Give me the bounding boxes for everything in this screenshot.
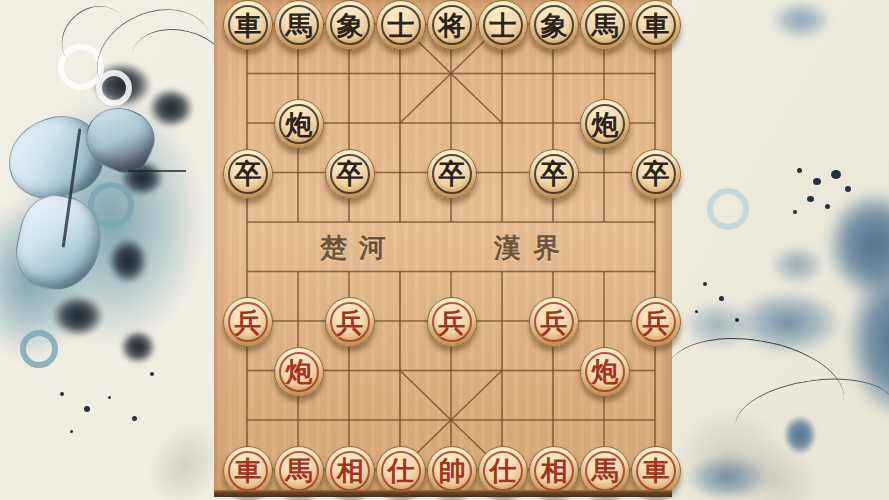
piece-black-soldier[interactable]: 卒 bbox=[427, 149, 477, 199]
piece-black-advisor[interactable]: 士 bbox=[376, 0, 426, 50]
piece-black-soldier[interactable]: 卒 bbox=[325, 149, 375, 199]
piece-character: 卒 bbox=[643, 160, 670, 187]
piece-character: 卒 bbox=[337, 160, 364, 187]
piece-character: 仕 bbox=[490, 457, 517, 484]
piece-character: 相 bbox=[541, 457, 568, 484]
blue-ink-blob bbox=[825, 190, 889, 300]
xiangqi-app: { "game": "xiangqi", "position": { "fen"… bbox=[0, 0, 889, 500]
piece-character: 車 bbox=[643, 457, 670, 484]
piece-red-chariot[interactable]: 車 bbox=[631, 446, 681, 496]
piece-red-soldier[interactable]: 兵 bbox=[325, 297, 375, 347]
piece-red-soldier[interactable]: 兵 bbox=[223, 297, 273, 347]
piece-character: 炮 bbox=[286, 111, 313, 138]
xiangqi-board[interactable]: 楚河 漢界 車馬象士将士象馬車炮炮卒卒卒卒卒兵兵兵兵兵炮炮車馬相仕帥仕相馬車 bbox=[214, 0, 672, 497]
piece-black-elephant[interactable]: 象 bbox=[529, 0, 579, 50]
piece-character: 相 bbox=[337, 457, 364, 484]
piece-black-horse[interactable]: 馬 bbox=[580, 0, 630, 50]
piece-red-elephant[interactable]: 相 bbox=[325, 446, 375, 496]
piece-red-general[interactable]: 帥 bbox=[427, 446, 477, 496]
piece-black-cannon[interactable]: 炮 bbox=[274, 99, 324, 149]
piece-red-advisor[interactable]: 仕 bbox=[376, 446, 426, 496]
piece-character: 兵 bbox=[235, 309, 262, 336]
piece-black-cannon[interactable]: 炮 bbox=[580, 99, 630, 149]
piece-black-horse[interactable]: 馬 bbox=[274, 0, 324, 50]
piece-black-advisor[interactable]: 士 bbox=[478, 0, 528, 50]
piece-character: 兵 bbox=[643, 309, 670, 336]
piece-character: 馬 bbox=[592, 457, 619, 484]
butterfly-body bbox=[62, 128, 82, 247]
butterfly-watercolor-art bbox=[0, 0, 214, 500]
piece-character: 兵 bbox=[439, 309, 466, 336]
piece-red-horse[interactable]: 馬 bbox=[580, 446, 630, 496]
piece-black-soldier[interactable]: 卒 bbox=[631, 149, 681, 199]
pieces-layer: 車馬象士将士象馬車炮炮卒卒卒卒卒兵兵兵兵兵炮炮車馬相仕帥仕相馬車 bbox=[214, 0, 672, 497]
piece-character: 兵 bbox=[541, 309, 568, 336]
piece-character: 馬 bbox=[592, 12, 619, 39]
piece-character: 兵 bbox=[337, 309, 364, 336]
circle-ornament bbox=[58, 44, 104, 90]
piece-character: 車 bbox=[643, 12, 670, 39]
piece-character: 将 bbox=[439, 12, 466, 39]
piece-character: 士 bbox=[388, 12, 415, 39]
leaf-shadow bbox=[661, 392, 799, 500]
piece-black-elephant[interactable]: 象 bbox=[325, 0, 375, 50]
piece-red-soldier[interactable]: 兵 bbox=[529, 297, 579, 347]
piece-character: 卒 bbox=[235, 160, 262, 187]
piece-red-cannon[interactable]: 炮 bbox=[580, 347, 630, 397]
piece-character: 車 bbox=[235, 457, 262, 484]
piece-red-horse[interactable]: 馬 bbox=[274, 446, 324, 496]
ink-stroke bbox=[128, 170, 186, 172]
piece-character: 象 bbox=[541, 12, 568, 39]
piece-character: 馬 bbox=[286, 457, 313, 484]
piece-red-elephant[interactable]: 相 bbox=[529, 446, 579, 496]
board-bottom-edge bbox=[214, 490, 672, 497]
piece-character: 卒 bbox=[439, 160, 466, 187]
piece-black-soldier[interactable]: 卒 bbox=[223, 149, 273, 199]
butterfly-upper-wing bbox=[0, 105, 112, 210]
piece-character: 仕 bbox=[388, 457, 415, 484]
ink-splash-art bbox=[675, 0, 889, 500]
piece-character: 帥 bbox=[439, 457, 466, 484]
ink-splash bbox=[92, 62, 152, 108]
piece-character: 車 bbox=[235, 12, 262, 39]
butterfly-lower-wing bbox=[9, 189, 109, 298]
piece-black-general[interactable]: 将 bbox=[427, 0, 477, 50]
piece-black-chariot[interactable]: 車 bbox=[223, 0, 273, 50]
piece-black-soldier[interactable]: 卒 bbox=[529, 149, 579, 199]
piece-character: 象 bbox=[337, 12, 364, 39]
piece-character: 士 bbox=[490, 12, 517, 39]
piece-character: 炮 bbox=[592, 111, 619, 138]
piece-character: 卒 bbox=[541, 160, 568, 187]
piece-character: 馬 bbox=[286, 12, 313, 39]
piece-red-cannon[interactable]: 炮 bbox=[274, 347, 324, 397]
piece-red-advisor[interactable]: 仕 bbox=[478, 446, 528, 496]
piece-red-chariot[interactable]: 車 bbox=[223, 446, 273, 496]
piece-red-soldier[interactable]: 兵 bbox=[631, 297, 681, 347]
piece-black-chariot[interactable]: 車 bbox=[631, 0, 681, 50]
piece-red-soldier[interactable]: 兵 bbox=[427, 297, 477, 347]
piece-character: 炮 bbox=[286, 358, 313, 385]
piece-character: 炮 bbox=[592, 358, 619, 385]
